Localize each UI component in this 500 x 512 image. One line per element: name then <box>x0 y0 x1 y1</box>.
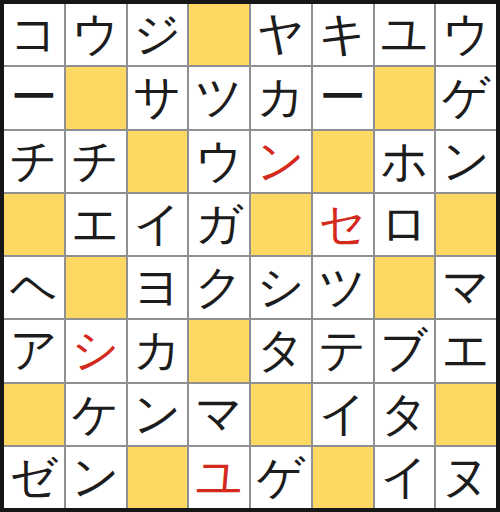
letter: ツ <box>319 263 367 310</box>
cell-letter: ツ <box>189 67 249 128</box>
letter: ク <box>195 263 243 310</box>
letter: ロ <box>380 200 428 247</box>
letter: ン <box>133 390 181 437</box>
letter: マ <box>442 263 490 310</box>
letter: ウ <box>72 10 120 57</box>
cell-letter: ホ <box>375 131 435 192</box>
letter: イ <box>319 390 367 437</box>
cell-letter: ウ <box>436 4 496 65</box>
crossword-puzzle: コウジヤキユウーサツカーゲチチウンホンエイガセロヘヨクシツマアシカタテブエケンマ… <box>0 0 500 512</box>
cell-letter: イ <box>375 447 435 508</box>
cell-highlight <box>189 320 249 381</box>
letter: チ <box>10 137 58 184</box>
cell-letter: ヘ <box>4 257 64 318</box>
letter: エ <box>442 326 490 373</box>
cell-letter: カ <box>128 320 188 381</box>
cell-letter: ユ <box>189 447 249 508</box>
cell-letter: タ <box>375 384 435 445</box>
letter: ン <box>442 137 490 184</box>
letter: イ <box>380 453 428 500</box>
crossword-board: コウジヤキユウーサツカーゲチチウンホンエイガセロヘヨクシツマアシカタテブエケンマ… <box>0 0 500 512</box>
cell-letter: セ <box>313 194 373 255</box>
letter: ヨ <box>133 263 181 310</box>
letter: ウ <box>195 137 243 184</box>
cell-letter: チ <box>66 131 126 192</box>
cell-letter: ン <box>128 384 188 445</box>
cell-letter: チ <box>4 131 64 192</box>
letter: ホ <box>380 137 428 184</box>
cell-letter: シ <box>66 320 126 381</box>
cell-letter: ユ <box>375 4 435 65</box>
letter: カ <box>133 326 181 373</box>
cell-letter: ン <box>436 131 496 192</box>
cell-letter: マ <box>189 384 249 445</box>
cell-letter: カ <box>251 67 311 128</box>
cell-highlight <box>313 447 373 508</box>
cell-letter: ウ <box>189 131 249 192</box>
cell-highlight <box>313 131 373 192</box>
cell-highlight <box>251 194 311 255</box>
letter: ー <box>319 73 366 120</box>
cell-letter: キ <box>313 4 373 65</box>
cell-letter: ー <box>4 67 64 128</box>
letter: ジ <box>133 10 181 57</box>
letter-red: ユ <box>195 453 243 500</box>
cell-letter: ブ <box>375 320 435 381</box>
cell-letter: ツ <box>313 257 373 318</box>
letter: マ <box>195 390 243 437</box>
letter: テ <box>319 326 367 373</box>
cell-letter: ジ <box>128 4 188 65</box>
cell-highlight <box>66 67 126 128</box>
letter-red: セ <box>319 200 367 247</box>
cell-highlight <box>189 4 249 65</box>
letter: エ <box>72 200 120 247</box>
cell-letter: テ <box>313 320 373 381</box>
letter: ヤ <box>257 10 305 57</box>
letter: ウ <box>442 10 490 57</box>
cell-letter: ン <box>251 131 311 192</box>
cell-letter: ヌ <box>436 447 496 508</box>
cell-letter: イ <box>128 194 188 255</box>
cell-letter: マ <box>436 257 496 318</box>
letter: ヘ <box>10 263 58 310</box>
letter: ゲ <box>442 73 490 120</box>
cell-highlight <box>128 447 188 508</box>
cell-letter: ー <box>313 67 373 128</box>
letter: ガ <box>195 200 243 247</box>
letter: ユ <box>380 10 428 57</box>
letter: ゲ <box>257 453 305 500</box>
cell-letter: エ <box>66 194 126 255</box>
cell-letter: コ <box>4 4 64 65</box>
letter: コ <box>10 10 58 57</box>
letter-red: シ <box>72 326 120 373</box>
cell-letter: ク <box>189 257 249 318</box>
cell-highlight <box>251 384 311 445</box>
cell-letter: ヨ <box>128 257 188 318</box>
cell-highlight <box>375 257 435 318</box>
cell-letter: イ <box>313 384 373 445</box>
cell-letter: ロ <box>375 194 435 255</box>
letter: ブ <box>380 326 428 373</box>
cell-highlight <box>66 257 126 318</box>
letter: キ <box>319 10 367 57</box>
cell-letter: ゲ <box>436 67 496 128</box>
letter: タ <box>257 326 305 373</box>
cell-letter: ヤ <box>251 4 311 65</box>
letter: チ <box>72 137 120 184</box>
cell-highlight <box>128 131 188 192</box>
letter: タ <box>380 390 428 437</box>
cell-letter: ケ <box>66 384 126 445</box>
cell-letter: ア <box>4 320 64 381</box>
cell-highlight <box>375 67 435 128</box>
letter: サ <box>133 73 181 120</box>
cell-letter: ウ <box>66 4 126 65</box>
letter: シ <box>257 263 305 310</box>
cell-highlight <box>4 194 64 255</box>
cell-highlight <box>436 194 496 255</box>
letter-red: ン <box>257 137 305 184</box>
cell-highlight <box>436 384 496 445</box>
cell-letter: シ <box>251 257 311 318</box>
letter: ン <box>72 453 120 500</box>
cell-highlight <box>4 384 64 445</box>
cell-letter: ゼ <box>4 447 64 508</box>
letter: カ <box>257 73 305 120</box>
letter: ア <box>10 326 58 373</box>
cell-letter: ン <box>66 447 126 508</box>
letter: ヌ <box>442 453 490 500</box>
letter: ゼ <box>10 453 58 500</box>
letter: イ <box>133 200 181 247</box>
cell-letter: サ <box>128 67 188 128</box>
cell-letter: タ <box>251 320 311 381</box>
letter: ー <box>10 73 57 120</box>
cell-letter: エ <box>436 320 496 381</box>
letter: ツ <box>195 73 243 120</box>
cell-letter: ゲ <box>251 447 311 508</box>
cell-letter: ガ <box>189 194 249 255</box>
letter: ケ <box>72 390 120 437</box>
